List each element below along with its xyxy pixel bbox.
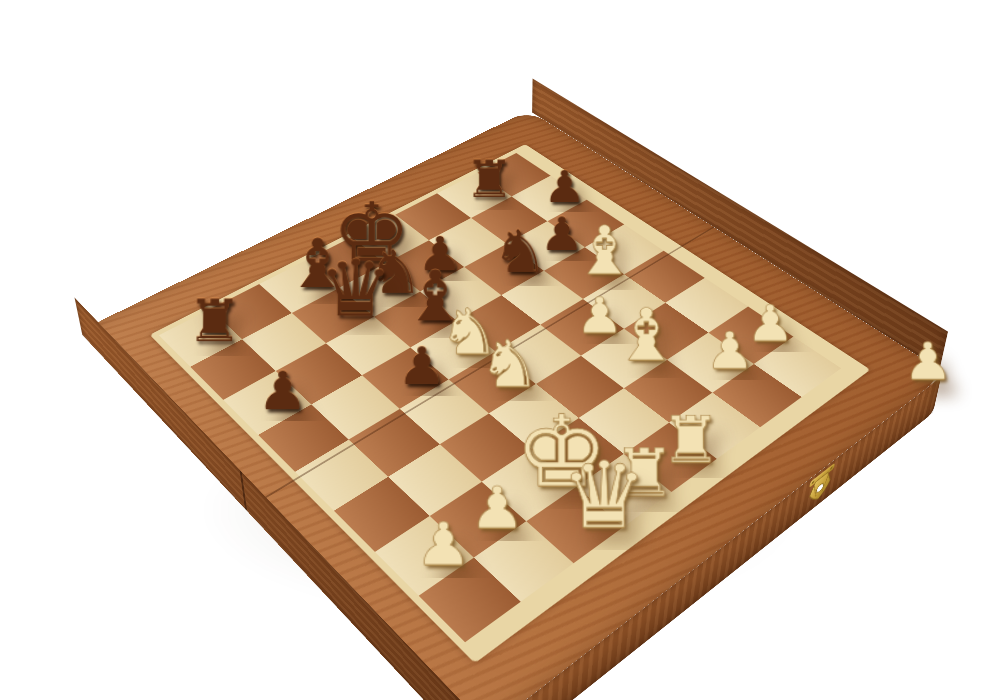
photo-scene: ♜♝♚♜♛♞♟♟♟♝♞♟♟♞♝♞♟♝♟♟♚♟♟♛♜♜ ♟ — [0, 0, 1000, 700]
folding-chess-box: ♜♝♚♜♛♞♟♟♟♝♞♟♟♞♝♞♟♝♟♟♚♟♟♛♜♜ ♟ — [79, 110, 945, 700]
board-frame: ♜♝♚♜♛♞♟♟♟♝♞♟♟♞♝♞♟♝♟♟♚♟♟♛♜♜ ♟ — [79, 110, 945, 700]
square-c4 — [400, 380, 489, 445]
product-photo-page: { "game": "chess", "scene_description": … — [0, 0, 1000, 700]
